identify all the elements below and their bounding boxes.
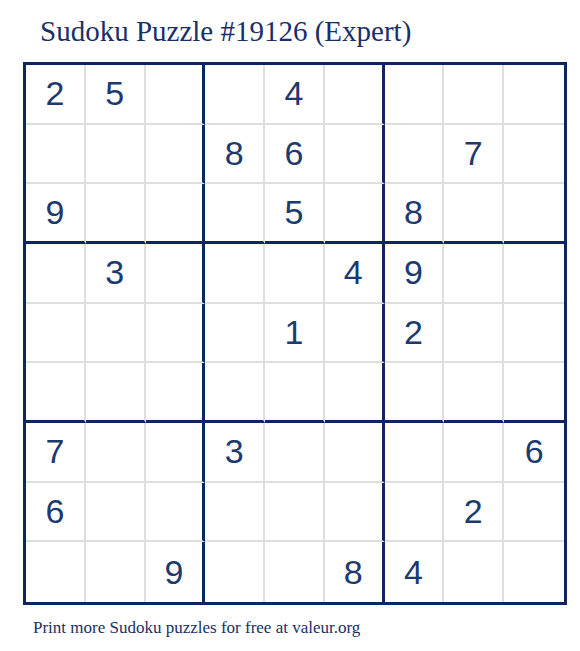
cell-r9c8 xyxy=(444,542,504,602)
cell-r5c1 xyxy=(26,304,86,364)
puzzle-title: Sudoku Puzzle #19126 (Expert) xyxy=(40,16,411,48)
cell-r3c9 xyxy=(504,184,564,244)
cell-r8c2 xyxy=(86,483,146,543)
cell-r7c1: 7 xyxy=(26,423,86,483)
cell-r6c4 xyxy=(205,363,265,423)
cell-r2c4: 8 xyxy=(205,125,265,185)
cell-r2c5: 6 xyxy=(265,125,325,185)
cell-r7c2 xyxy=(86,423,146,483)
cell-r3c8 xyxy=(444,184,504,244)
cell-r9c5 xyxy=(265,542,325,602)
cell-r4c9 xyxy=(504,244,564,304)
cell-r6c5 xyxy=(265,363,325,423)
cell-r4c4 xyxy=(205,244,265,304)
cell-r1c9 xyxy=(504,65,564,125)
cell-r4c2: 3 xyxy=(86,244,146,304)
cell-r7c4: 3 xyxy=(205,423,265,483)
cell-r2c9 xyxy=(504,125,564,185)
cell-r2c2 xyxy=(86,125,146,185)
cell-r8c6 xyxy=(325,483,385,543)
cell-r1c7 xyxy=(385,65,445,125)
cell-r8c8: 2 xyxy=(444,483,504,543)
cell-r5c7: 2 xyxy=(385,304,445,364)
cell-r5c2 xyxy=(86,304,146,364)
cell-r6c6 xyxy=(325,363,385,423)
cell-r3c1: 9 xyxy=(26,184,86,244)
cell-r4c1 xyxy=(26,244,86,304)
cell-r8c5 xyxy=(265,483,325,543)
cell-r7c6 xyxy=(325,423,385,483)
cell-r9c3: 9 xyxy=(146,542,206,602)
cell-r8c7 xyxy=(385,483,445,543)
cell-r5c8 xyxy=(444,304,504,364)
cell-r9c7: 4 xyxy=(385,542,445,602)
cell-r6c3 xyxy=(146,363,206,423)
cell-r5c6 xyxy=(325,304,385,364)
cell-r9c4 xyxy=(205,542,265,602)
cell-r6c8 xyxy=(444,363,504,423)
cell-r5c9 xyxy=(504,304,564,364)
cell-r3c6 xyxy=(325,184,385,244)
cell-r7c3 xyxy=(146,423,206,483)
cell-r7c8 xyxy=(444,423,504,483)
cell-r8c3 xyxy=(146,483,206,543)
cell-r7c5 xyxy=(265,423,325,483)
cell-r3c4 xyxy=(205,184,265,244)
cell-r1c8 xyxy=(444,65,504,125)
cell-r2c7 xyxy=(385,125,445,185)
cell-r1c2: 5 xyxy=(86,65,146,125)
cell-r8c1: 6 xyxy=(26,483,86,543)
cell-r4c7: 9 xyxy=(385,244,445,304)
cell-r4c8 xyxy=(444,244,504,304)
cell-r3c2 xyxy=(86,184,146,244)
cell-r9c2 xyxy=(86,542,146,602)
cell-r9c9 xyxy=(504,542,564,602)
footer-credit: Print more Sudoku puzzles for free at va… xyxy=(33,618,360,638)
cell-r1c4 xyxy=(205,65,265,125)
cell-r4c5 xyxy=(265,244,325,304)
cell-r3c3 xyxy=(146,184,206,244)
sudoku-board: 2548679583491273662984 xyxy=(23,62,567,605)
cell-r9c6: 8 xyxy=(325,542,385,602)
cell-r1c1: 2 xyxy=(26,65,86,125)
cell-r6c2 xyxy=(86,363,146,423)
cell-r8c9 xyxy=(504,483,564,543)
cell-r1c6 xyxy=(325,65,385,125)
cell-r7c9: 6 xyxy=(504,423,564,483)
cell-r2c8: 7 xyxy=(444,125,504,185)
cell-r4c6: 4 xyxy=(325,244,385,304)
cell-r2c1 xyxy=(26,125,86,185)
cell-r8c4 xyxy=(205,483,265,543)
cell-r4c3 xyxy=(146,244,206,304)
cell-r1c3 xyxy=(146,65,206,125)
cell-r3c7: 8 xyxy=(385,184,445,244)
cell-r6c1 xyxy=(26,363,86,423)
cell-r2c6 xyxy=(325,125,385,185)
cell-r3c5: 5 xyxy=(265,184,325,244)
cell-r5c3 xyxy=(146,304,206,364)
cell-r7c7 xyxy=(385,423,445,483)
cell-r5c5: 1 xyxy=(265,304,325,364)
cell-r9c1 xyxy=(26,542,86,602)
cell-r1c5: 4 xyxy=(265,65,325,125)
cell-r6c9 xyxy=(504,363,564,423)
cell-r2c3 xyxy=(146,125,206,185)
cell-r5c4 xyxy=(205,304,265,364)
cell-r6c7 xyxy=(385,363,445,423)
